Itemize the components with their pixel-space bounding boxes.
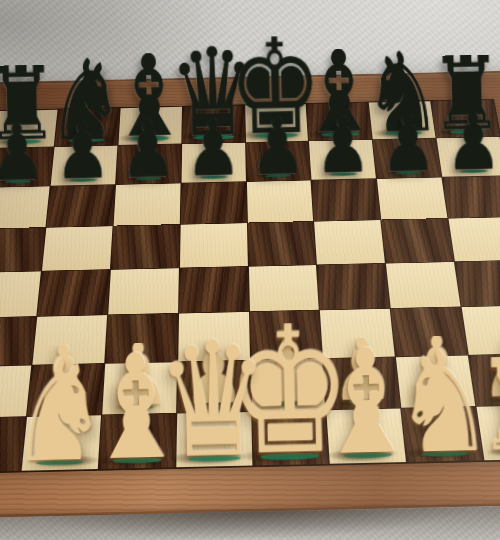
square-h4[interactable] bbox=[455, 260, 500, 307]
square-a7[interactable]: ♟ bbox=[0, 147, 54, 187]
piece-black-pawn[interactable]: ♟ bbox=[184, 118, 241, 180]
piece-white-bishop[interactable]: ♝ bbox=[314, 345, 420, 460]
piece-black-pawn[interactable]: ♟ bbox=[314, 115, 371, 177]
square-f6[interactable] bbox=[312, 179, 381, 221]
chess-board: ♜♞♝♛♚♝♞♜♟♟♟♟♟♟♟♟♟♟♟♟♟♟♟♟♜♞♝♛♚♝♞♜ bbox=[0, 100, 500, 473]
square-g6[interactable] bbox=[377, 177, 447, 219]
square-b4[interactable] bbox=[37, 270, 109, 317]
square-f7[interactable]: ♟ bbox=[309, 140, 376, 180]
square-h7[interactable]: ♟ bbox=[437, 137, 500, 177]
square-b5[interactable] bbox=[42, 226, 112, 270]
square-g7[interactable]: ♟ bbox=[373, 138, 441, 178]
piece-black-pawn[interactable]: ♟ bbox=[0, 122, 46, 184]
square-d6[interactable] bbox=[180, 182, 246, 224]
square-d5[interactable] bbox=[180, 223, 248, 267]
square-f5[interactable] bbox=[314, 220, 385, 264]
piece-black-pawn[interactable]: ♟ bbox=[54, 121, 111, 183]
perspective-scene: ♜♞♝♛♚♝♞♜♟♟♟♟♟♟♟♟♟♟♟♟♟♟♟♟♜♞♝♛♚♝♞♜ bbox=[0, 0, 500, 540]
piece-white-queen[interactable]: ♛ bbox=[154, 337, 271, 463]
square-g4[interactable] bbox=[386, 262, 461, 309]
square-d1[interactable]: ♛ bbox=[176, 412, 252, 467]
square-c7[interactable]: ♟ bbox=[116, 144, 181, 184]
piece-black-pawn[interactable]: ♟ bbox=[445, 112, 500, 174]
square-a6[interactable] bbox=[0, 186, 50, 228]
square-e6[interactable] bbox=[246, 180, 313, 222]
square-e7[interactable]: ♟ bbox=[246, 141, 311, 181]
square-b7[interactable]: ♟ bbox=[51, 146, 118, 186]
square-c6[interactable] bbox=[113, 183, 180, 225]
photo-scene: ♜♞♝♛♚♝♞♜♟♟♟♟♟♟♟♟♟♟♟♟♟♟♟♟♜♞♝♛♚♝♞♜ bbox=[0, 0, 500, 540]
board-frame: ♜♞♝♛♚♝♞♜♟♟♟♟♟♟♟♟♟♟♟♟♟♟♟♟♜♞♝♛♚♝♞♜ bbox=[0, 70, 500, 520]
piece-black-pawn[interactable]: ♟ bbox=[119, 119, 176, 181]
square-g5[interactable] bbox=[382, 218, 454, 262]
square-f1[interactable]: ♝ bbox=[327, 409, 407, 464]
square-h5[interactable] bbox=[449, 217, 500, 261]
piece-black-pawn[interactable]: ♟ bbox=[380, 113, 437, 175]
square-c5[interactable] bbox=[111, 224, 180, 268]
square-b6[interactable] bbox=[46, 185, 115, 227]
square-d7[interactable]: ♟ bbox=[181, 143, 245, 183]
camera-roll-wrapper: ♜♞♝♛♚♝♞♜♟♟♟♟♟♟♟♟♟♟♟♟♟♟♟♟♜♞♝♛♚♝♞♜ bbox=[0, 0, 500, 540]
square-e5[interactable] bbox=[247, 221, 316, 265]
square-a4[interactable] bbox=[0, 271, 41, 318]
square-a5[interactable] bbox=[0, 228, 45, 272]
piece-black-pawn[interactable]: ♟ bbox=[249, 116, 306, 178]
square-h6[interactable] bbox=[442, 176, 500, 218]
